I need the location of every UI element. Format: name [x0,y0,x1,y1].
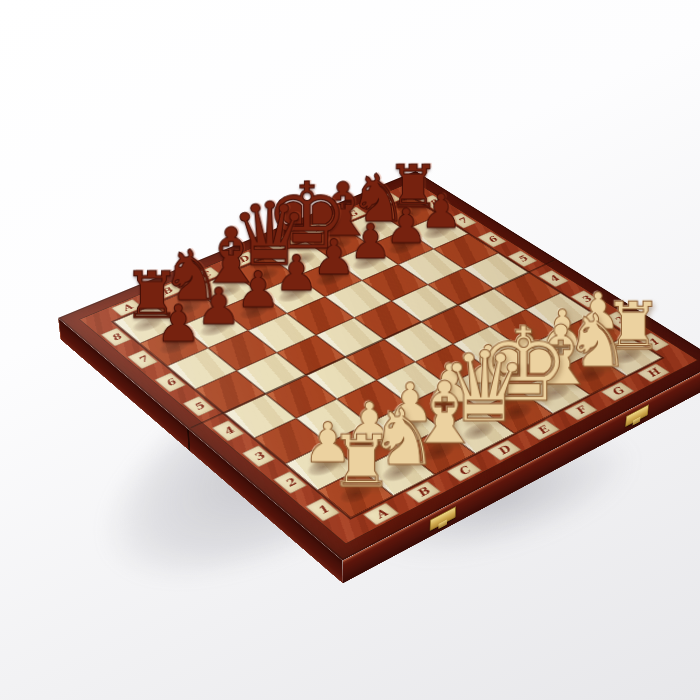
piece-dark-pawn-b7: ♟ [196,281,241,331]
chess-board: AA88BB77CC66DD55EE44FF33GG22HH11 ♜♞♝♛♚♝♞… [58,171,700,561]
scene: AA88BB77CC66DD55EE44FF33GG22HH11 ♜♞♝♛♚♝♞… [0,0,700,700]
piece-light-rook-a1: ♜ [329,425,394,497]
piece-dark-pawn-c7: ♟ [236,265,281,315]
photo-background: AA88BB77CC66DD55EE44FF33GG22HH11 ♜♞♝♛♚♝♞… [0,0,700,700]
piece-dark-pawn-d7: ♟ [274,249,318,298]
fold-seam-notch [187,428,190,452]
piece-dark-pawn-a7: ♟ [155,298,201,349]
